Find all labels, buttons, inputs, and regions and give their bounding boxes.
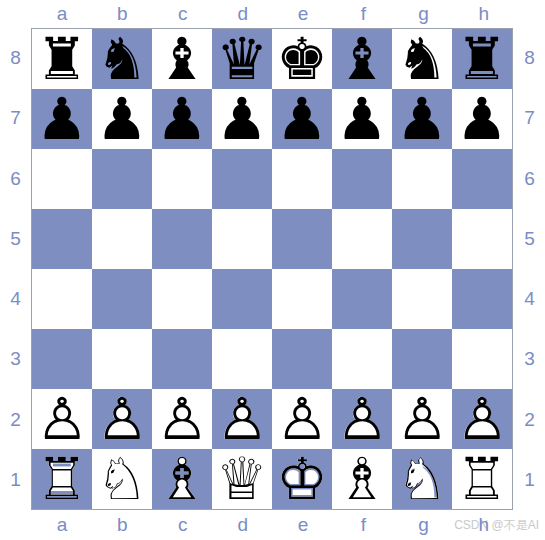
square-e6[interactable]: [272, 149, 332, 209]
square-e5[interactable]: [272, 209, 332, 269]
square-g7[interactable]: ♟: [392, 89, 452, 149]
rank-label-4-left: 4: [0, 269, 31, 329]
white-pawn-a2[interactable]: ♙: [32, 389, 92, 449]
black-pawn-a7[interactable]: ♟: [32, 89, 92, 149]
file-label-a-top: a: [32, 0, 92, 28]
black-pawn-e7[interactable]: ♟: [272, 89, 332, 149]
rank-label-3-left: 3: [0, 329, 31, 389]
white-king-e1-fill[interactable]: ♚: [272, 449, 332, 509]
square-a2[interactable]: ♟♙: [32, 389, 92, 449]
black-pawn-f7[interactable]: ♟: [332, 89, 392, 149]
black-pawn-c7[interactable]: ♟: [152, 89, 212, 149]
white-rook-a1[interactable]: ♖: [32, 449, 92, 509]
square-c1[interactable]: ♝♗: [152, 449, 212, 509]
square-f4[interactable]: [332, 269, 392, 329]
square-d3[interactable]: [212, 329, 272, 389]
white-king-e1[interactable]: ♔: [272, 449, 332, 509]
square-d5[interactable]: [212, 209, 272, 269]
white-knight-g1[interactable]: ♘: [392, 449, 452, 509]
square-e2[interactable]: ♟♙: [272, 389, 332, 449]
square-a5[interactable]: [32, 209, 92, 269]
white-pawn-h2[interactable]: ♙: [452, 389, 512, 449]
rank-label-1-left: 1: [0, 450, 31, 510]
file-labels-bottom: abcdefgh: [32, 510, 514, 540]
rank-label-7-right: 7: [514, 88, 545, 148]
square-d7[interactable]: ♟: [212, 89, 272, 149]
white-pawn-f2-fill[interactable]: ♟: [332, 389, 392, 449]
square-b3[interactable]: [92, 329, 152, 389]
square-f2[interactable]: ♟♙: [332, 389, 392, 449]
square-h6[interactable]: [452, 149, 512, 209]
white-pawn-f2[interactable]: ♙: [332, 389, 392, 449]
file-label-b-top: b: [92, 0, 152, 28]
white-queen-d1-fill[interactable]: ♛: [212, 449, 272, 509]
white-queen-d1[interactable]: ♕: [212, 449, 272, 509]
square-b4[interactable]: [92, 269, 152, 329]
square-g1[interactable]: ♞♘: [392, 449, 452, 509]
white-pawn-h2-fill[interactable]: ♟: [452, 389, 512, 449]
file-label-e-top: e: [273, 0, 333, 28]
file-labels-top: abcdefgh: [32, 0, 514, 28]
white-bishop-c1-fill[interactable]: ♝: [152, 449, 212, 509]
white-pawn-e2-fill[interactable]: ♟: [272, 389, 332, 449]
square-b1[interactable]: ♞♘: [92, 449, 152, 509]
black-pawn-h7[interactable]: ♟: [452, 89, 512, 149]
black-queen-d8[interactable]: ♛: [212, 29, 272, 89]
file-label-h-bottom: h: [454, 510, 514, 540]
black-rook-a8[interactable]: ♜: [32, 29, 92, 89]
file-label-c-bottom: c: [153, 510, 213, 540]
file-label-c-top: c: [153, 0, 213, 28]
square-c8[interactable]: ♝: [152, 29, 212, 89]
black-pawn-g7[interactable]: ♟: [392, 89, 452, 149]
square-c5[interactable]: [152, 209, 212, 269]
black-pawn-b7[interactable]: ♟: [92, 89, 152, 149]
black-king-e8[interactable]: ♚: [272, 29, 332, 89]
square-g3[interactable]: [392, 329, 452, 389]
square-d2[interactable]: ♟♙: [212, 389, 272, 449]
square-d1[interactable]: ♛♕: [212, 449, 272, 509]
square-f1[interactable]: ♝♗: [332, 449, 392, 509]
black-pawn-d7[interactable]: ♟: [212, 89, 272, 149]
rank-label-6-left: 6: [0, 149, 31, 209]
white-bishop-f1[interactable]: ♗: [332, 449, 392, 509]
white-pawn-g2[interactable]: ♙: [392, 389, 452, 449]
rank-label-4-right: 4: [514, 269, 545, 329]
square-b8[interactable]: ♞: [92, 29, 152, 89]
black-bishop-c8[interactable]: ♝: [152, 29, 212, 89]
square-c6[interactable]: [152, 149, 212, 209]
square-b6[interactable]: [92, 149, 152, 209]
white-rook-h1-fill[interactable]: ♜: [452, 449, 512, 509]
square-a6[interactable]: [32, 149, 92, 209]
white-knight-b1-fill[interactable]: ♞: [92, 449, 152, 509]
file-label-d-top: d: [213, 0, 273, 28]
square-b2[interactable]: ♟♙: [92, 389, 152, 449]
square-g5[interactable]: [392, 209, 452, 269]
square-e8[interactable]: ♚: [272, 29, 332, 89]
square-g4[interactable]: [392, 269, 452, 329]
square-h1[interactable]: ♜♖: [452, 449, 512, 509]
file-label-h-top: h: [454, 0, 514, 28]
square-e3[interactable]: [272, 329, 332, 389]
white-rook-h1[interactable]: ♖: [452, 449, 512, 509]
square-a8[interactable]: ♜: [32, 29, 92, 89]
square-h7[interactable]: ♟: [452, 89, 512, 149]
black-knight-b8[interactable]: ♞: [92, 29, 152, 89]
rank-labels-right: 87654321: [514, 28, 545, 510]
rank-labels-left: 87654321: [0, 28, 31, 510]
square-c4[interactable]: [152, 269, 212, 329]
square-f8[interactable]: ♝: [332, 29, 392, 89]
file-label-f-top: f: [333, 0, 393, 28]
white-pawn-c2-fill[interactable]: ♟: [152, 389, 212, 449]
chess-board: ♜♞♝♛♚♝♞♜♟♟♟♟♟♟♟♟♟♙♟♙♟♙♟♙♟♙♟♙♟♙♟♙♜♖♞♘♝♗♛♕…: [31, 28, 513, 510]
chess-diagram: CSDN @不是AI abcdefgh abcdefgh 87654321 87…: [0, 0, 545, 540]
white-knight-b1[interactable]: ♘: [92, 449, 152, 509]
square-f6[interactable]: [332, 149, 392, 209]
rank-label-5-right: 5: [514, 209, 545, 269]
square-a4[interactable]: [32, 269, 92, 329]
rank-label-1-right: 1: [514, 450, 545, 510]
square-c2[interactable]: ♟♙: [152, 389, 212, 449]
rank-label-3-right: 3: [514, 329, 545, 389]
square-c7[interactable]: ♟: [152, 89, 212, 149]
white-bishop-c1[interactable]: ♗: [152, 449, 212, 509]
rank-label-5-left: 5: [0, 209, 31, 269]
file-label-g-top: g: [394, 0, 454, 28]
square-d6[interactable]: [212, 149, 272, 209]
square-h8[interactable]: ♜: [452, 29, 512, 89]
white-bishop-f1-fill[interactable]: ♝: [332, 449, 392, 509]
square-a3[interactable]: [32, 329, 92, 389]
square-f3[interactable]: [332, 329, 392, 389]
square-h5[interactable]: [452, 209, 512, 269]
square-d4[interactable]: [212, 269, 272, 329]
square-h4[interactable]: [452, 269, 512, 329]
white-pawn-d2-fill[interactable]: ♟: [212, 389, 272, 449]
square-c3[interactable]: [152, 329, 212, 389]
white-pawn-e2[interactable]: ♙: [272, 389, 332, 449]
rank-label-2-left: 2: [0, 390, 31, 450]
square-b7[interactable]: ♟: [92, 89, 152, 149]
square-f7[interactable]: ♟: [332, 89, 392, 149]
file-label-d-bottom: d: [213, 510, 273, 540]
square-f5[interactable]: [332, 209, 392, 269]
board-grid: ♜♞♝♛♚♝♞♜♟♟♟♟♟♟♟♟♟♙♟♙♟♙♟♙♟♙♟♙♟♙♟♙♜♖♞♘♝♗♛♕…: [32, 29, 512, 509]
white-knight-g1-fill[interactable]: ♞: [392, 449, 452, 509]
file-label-a-bottom: a: [32, 510, 92, 540]
square-g2[interactable]: ♟♙: [392, 389, 452, 449]
white-pawn-a2-fill[interactable]: ♟: [32, 389, 92, 449]
square-d8[interactable]: ♛: [212, 29, 272, 89]
rank-label-7-left: 7: [0, 88, 31, 148]
file-label-b-bottom: b: [92, 510, 152, 540]
square-b5[interactable]: [92, 209, 152, 269]
black-bishop-f8[interactable]: ♝: [332, 29, 392, 89]
file-label-f-bottom: f: [333, 510, 393, 540]
square-e1[interactable]: ♚♔: [272, 449, 332, 509]
square-e7[interactable]: ♟: [272, 89, 332, 149]
rank-label-6-right: 6: [514, 149, 545, 209]
rank-label-8-left: 8: [0, 28, 31, 88]
square-g8[interactable]: ♞: [392, 29, 452, 89]
square-g6[interactable]: [392, 149, 452, 209]
white-rook-a1-fill[interactable]: ♜: [32, 449, 92, 509]
black-knight-g8[interactable]: ♞: [392, 29, 452, 89]
white-pawn-b2[interactable]: ♙: [92, 389, 152, 449]
white-pawn-g2-fill[interactable]: ♟: [392, 389, 452, 449]
square-a7[interactable]: ♟: [32, 89, 92, 149]
white-pawn-c2[interactable]: ♙: [152, 389, 212, 449]
square-e4[interactable]: [272, 269, 332, 329]
black-rook-h8[interactable]: ♜: [452, 29, 512, 89]
white-pawn-b2-fill[interactable]: ♟: [92, 389, 152, 449]
rank-label-8-right: 8: [514, 28, 545, 88]
rank-label-2-right: 2: [514, 390, 545, 450]
square-h3[interactable]: [452, 329, 512, 389]
white-pawn-d2[interactable]: ♙: [212, 389, 272, 449]
file-label-g-bottom: g: [394, 510, 454, 540]
square-a1[interactable]: ♜♖: [32, 449, 92, 509]
square-h2[interactable]: ♟♙: [452, 389, 512, 449]
file-label-e-bottom: e: [273, 510, 333, 540]
